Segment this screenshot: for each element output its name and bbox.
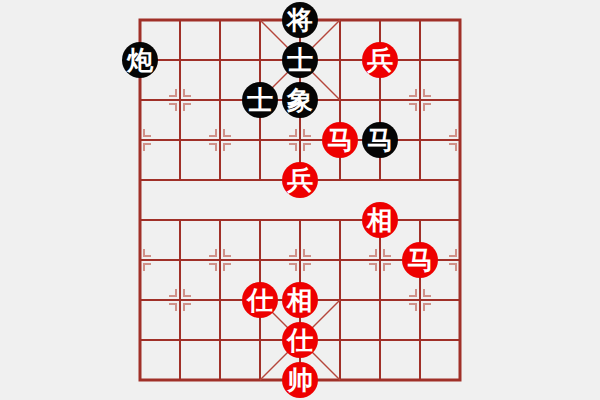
- piece-red-advisor[interactable]: 仕: [282, 322, 318, 358]
- piece-black-elephant[interactable]: 象: [282, 82, 318, 118]
- piece-black-cannon[interactable]: 炮: [122, 42, 158, 78]
- piece-black-advisor[interactable]: 士: [242, 82, 278, 118]
- xiangqi-board: 将炮士兵士象马马兵相马仕相仕帅: [120, 0, 480, 400]
- piece-red-soldier[interactable]: 兵: [282, 162, 318, 198]
- xiangqi-app: 将炮士兵士象马马兵相马仕相仕帅: [0, 0, 600, 400]
- piece-red-soldier[interactable]: 兵: [362, 42, 398, 78]
- piece-black-horse[interactable]: 马: [362, 122, 398, 158]
- piece-black-general[interactable]: 将: [282, 2, 318, 38]
- piece-red-advisor[interactable]: 仕: [242, 282, 278, 318]
- piece-red-elephant[interactable]: 相: [362, 202, 398, 238]
- piece-red-horse[interactable]: 马: [402, 242, 438, 278]
- piece-black-advisor[interactable]: 士: [282, 42, 318, 78]
- piece-red-horse[interactable]: 马: [322, 122, 358, 158]
- piece-red-general[interactable]: 帅: [282, 362, 318, 398]
- piece-red-elephant[interactable]: 相: [282, 282, 318, 318]
- pieces-layer: 将炮士兵士象马马兵相马仕相仕帅: [120, 0, 480, 400]
